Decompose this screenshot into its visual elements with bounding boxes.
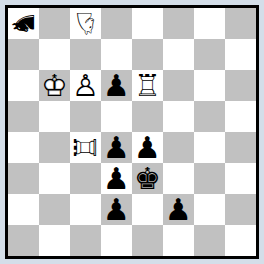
- square-a1[interactable]: [8, 225, 39, 256]
- pawn-glyph: ♟: [165, 195, 192, 225]
- square-g5[interactable]: [194, 101, 225, 132]
- piece-black-king: ♚: [132, 163, 163, 194]
- square-a4[interactable]: [8, 132, 39, 163]
- square-g3[interactable]: [194, 163, 225, 194]
- square-a6[interactable]: [8, 70, 39, 101]
- square-b2[interactable]: [39, 194, 70, 225]
- square-e2[interactable]: [132, 194, 163, 225]
- piece-white-pawn: ♟♙: [70, 70, 101, 101]
- board: ♞♞♘♚♔♟♙♟♜♖♜♖♟♟♟♚♟♟: [8, 8, 256, 256]
- square-f1[interactable]: [163, 225, 194, 256]
- square-g2[interactable]: [194, 194, 225, 225]
- square-h4[interactable]: [225, 132, 256, 163]
- square-f2[interactable]: ♟: [163, 194, 194, 225]
- square-h5[interactable]: [225, 101, 256, 132]
- square-g4[interactable]: [194, 132, 225, 163]
- piece-white-king: ♚♔: [39, 70, 70, 101]
- rook-glyph-outline: ♖: [134, 71, 161, 101]
- square-h1[interactable]: [225, 225, 256, 256]
- square-b8[interactable]: [39, 8, 70, 39]
- square-b6[interactable]: ♚♔: [39, 70, 70, 101]
- piece-black-pawn: ♟: [101, 70, 132, 101]
- square-e1[interactable]: [132, 225, 163, 256]
- square-e4[interactable]: ♟: [132, 132, 163, 163]
- square-b7[interactable]: [39, 39, 70, 70]
- pawn-glyph-outline: ♙: [72, 71, 99, 101]
- pawn-glyph: ♟: [103, 164, 130, 194]
- square-c5[interactable]: [70, 101, 101, 132]
- piece-white-rook: ♜♖: [132, 70, 163, 101]
- square-b5[interactable]: [39, 101, 70, 132]
- square-e3[interactable]: ♚: [132, 163, 163, 194]
- piece-black-pawn: ♟: [101, 163, 132, 194]
- piece-black-pawn: ♟: [101, 132, 132, 163]
- square-d7[interactable]: [101, 39, 132, 70]
- piece-white-knight-rotated: ♞♘: [70, 8, 101, 39]
- square-d1[interactable]: [101, 225, 132, 256]
- square-d3[interactable]: ♟: [101, 163, 132, 194]
- pawn-glyph: ♟: [103, 71, 130, 101]
- king-glyph-outline: ♔: [41, 71, 68, 101]
- square-c6[interactable]: ♟♙: [70, 70, 101, 101]
- square-a3[interactable]: [8, 163, 39, 194]
- square-c1[interactable]: [70, 225, 101, 256]
- pawn-glyph: ♟: [103, 133, 130, 163]
- piece-black-pawn: ♟: [163, 194, 194, 225]
- square-c3[interactable]: [70, 163, 101, 194]
- square-b1[interactable]: [39, 225, 70, 256]
- square-f5[interactable]: [163, 101, 194, 132]
- knight-glyph-outline: ♘: [72, 9, 99, 39]
- board-frame: ♞♞♘♚♔♟♙♟♜♖♜♖♟♟♟♚♟♟: [5, 5, 259, 259]
- square-a2[interactable]: [8, 194, 39, 225]
- square-g6[interactable]: [194, 70, 225, 101]
- square-h6[interactable]: [225, 70, 256, 101]
- square-a5[interactable]: [8, 101, 39, 132]
- square-e5[interactable]: [132, 101, 163, 132]
- square-h8[interactable]: [225, 8, 256, 39]
- square-c4[interactable]: ♜♖: [70, 132, 101, 163]
- square-d5[interactable]: [101, 101, 132, 132]
- piece-white-rook-rotated: ♜♖: [70, 132, 101, 163]
- pawn-glyph: ♟: [134, 133, 161, 163]
- piece-black-pawn: ♟: [101, 194, 132, 225]
- rook-glyph-outline: ♖: [71, 134, 101, 161]
- square-f7[interactable]: [163, 39, 194, 70]
- square-c8[interactable]: ♞♘: [70, 8, 101, 39]
- square-e6[interactable]: ♜♖: [132, 70, 163, 101]
- square-d2[interactable]: ♟: [101, 194, 132, 225]
- square-h2[interactable]: [225, 194, 256, 225]
- king-glyph: ♚: [134, 164, 161, 194]
- square-e7[interactable]: [132, 39, 163, 70]
- square-f4[interactable]: [163, 132, 194, 163]
- chess-diagram: ♞♞♘♚♔♟♙♟♜♖♜♖♟♟♟♚♟♟: [0, 0, 264, 264]
- square-f3[interactable]: [163, 163, 194, 194]
- square-g7[interactable]: [194, 39, 225, 70]
- square-a8[interactable]: ♞: [8, 8, 39, 39]
- square-d8[interactable]: [101, 8, 132, 39]
- piece-black-knight-rotated: ♞: [8, 8, 39, 39]
- square-h7[interactable]: [225, 39, 256, 70]
- knight-glyph: ♞: [9, 10, 39, 37]
- square-f8[interactable]: [163, 8, 194, 39]
- square-b4[interactable]: [39, 132, 70, 163]
- square-e8[interactable]: [132, 8, 163, 39]
- square-b3[interactable]: [39, 163, 70, 194]
- square-g1[interactable]: [194, 225, 225, 256]
- square-c7[interactable]: [70, 39, 101, 70]
- square-d4[interactable]: ♟: [101, 132, 132, 163]
- pawn-glyph: ♟: [103, 195, 130, 225]
- square-c2[interactable]: [70, 194, 101, 225]
- piece-black-pawn: ♟: [132, 132, 163, 163]
- square-f6[interactable]: [163, 70, 194, 101]
- square-g8[interactable]: [194, 8, 225, 39]
- square-a7[interactable]: [8, 39, 39, 70]
- square-d6[interactable]: ♟: [101, 70, 132, 101]
- square-h3[interactable]: [225, 163, 256, 194]
